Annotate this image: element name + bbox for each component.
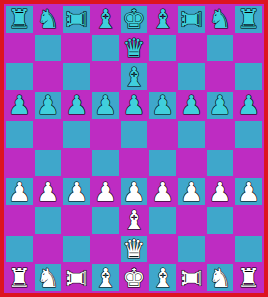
square-d1[interactable]: ♝ xyxy=(92,264,119,291)
black-bishop-icon[interactable]: ♝ xyxy=(94,6,117,32)
black-knight-icon[interactable]: ♞ xyxy=(208,6,231,32)
square-i1[interactable]: ♜ xyxy=(235,264,262,291)
square-f2[interactable] xyxy=(149,236,176,263)
square-i9[interactable] xyxy=(235,35,262,62)
square-a1[interactable]: ♜ xyxy=(6,264,33,291)
square-h8[interactable] xyxy=(207,63,234,90)
white-pawn-icon[interactable]: ♟ xyxy=(94,179,117,205)
black-pawn-icon[interactable]: ♟ xyxy=(36,92,59,118)
square-g4[interactable]: ♟ xyxy=(178,178,205,205)
white-cannon-icon[interactable]: ♜ xyxy=(64,266,90,289)
square-a6[interactable] xyxy=(6,121,33,148)
square-i3[interactable] xyxy=(235,207,262,234)
square-f8[interactable] xyxy=(149,63,176,90)
white-bishop-icon[interactable]: ♝ xyxy=(122,207,145,233)
square-d10[interactable]: ♝ xyxy=(92,6,119,33)
square-a8[interactable] xyxy=(6,63,33,90)
square-a4[interactable]: ♟ xyxy=(6,178,33,205)
square-i10[interactable]: ♜ xyxy=(235,6,262,33)
square-i8[interactable] xyxy=(235,63,262,90)
board: ♜♞♜♝♚♝♜♞♜♛♝♟♟♟♟♟♟♟♟♟♟♟♟♟♟♟♟♟♟♝♛♜♞♜♝♚♝♜♞♜ xyxy=(4,4,264,293)
white-pawn-icon[interactable]: ♟ xyxy=(122,179,145,205)
square-a5[interactable] xyxy=(6,150,33,177)
black-pawn-icon[interactable]: ♟ xyxy=(151,92,174,118)
white-pawn-icon[interactable]: ♟ xyxy=(36,179,59,205)
white-knight-icon[interactable]: ♞ xyxy=(208,265,231,291)
square-c8[interactable] xyxy=(63,63,90,90)
square-h2[interactable] xyxy=(207,236,234,263)
square-c1[interactable]: ♜ xyxy=(63,264,90,291)
square-e10[interactable]: ♚ xyxy=(121,6,148,33)
white-pawn-icon[interactable]: ♟ xyxy=(208,179,231,205)
square-c2[interactable] xyxy=(63,236,90,263)
square-b5[interactable] xyxy=(35,150,62,177)
black-pawn-icon[interactable]: ♟ xyxy=(8,92,31,118)
black-rook-icon[interactable]: ♜ xyxy=(237,6,260,32)
square-g7[interactable]: ♟ xyxy=(178,92,205,119)
square-b8[interactable] xyxy=(35,63,62,90)
black-queen-icon[interactable]: ♛ xyxy=(122,35,145,61)
white-cannon-icon[interactable]: ♜ xyxy=(178,266,204,289)
square-f1[interactable]: ♝ xyxy=(149,264,176,291)
white-pawn-icon[interactable]: ♟ xyxy=(237,179,260,205)
square-g6[interactable] xyxy=(178,121,205,148)
white-pawn-icon[interactable]: ♟ xyxy=(180,179,203,205)
square-h7[interactable]: ♟ xyxy=(207,92,234,119)
square-c9[interactable] xyxy=(63,35,90,62)
white-pawn-icon[interactable]: ♟ xyxy=(151,179,174,205)
black-pawn-icon[interactable]: ♟ xyxy=(237,92,260,118)
white-rook-icon[interactable]: ♜ xyxy=(237,265,260,291)
white-bishop-icon[interactable]: ♝ xyxy=(94,265,117,291)
square-e7[interactable]: ♟ xyxy=(121,92,148,119)
square-a2[interactable] xyxy=(6,236,33,263)
square-g3[interactable] xyxy=(178,207,205,234)
square-a7[interactable]: ♟ xyxy=(6,92,33,119)
square-g5[interactable] xyxy=(178,150,205,177)
square-d4[interactable]: ♟ xyxy=(92,178,119,205)
square-d2[interactable] xyxy=(92,236,119,263)
square-c3[interactable] xyxy=(63,207,90,234)
square-a3[interactable] xyxy=(6,207,33,234)
white-king-icon[interactable]: ♚ xyxy=(122,265,145,291)
square-h6[interactable] xyxy=(207,121,234,148)
square-c6[interactable] xyxy=(63,121,90,148)
square-h4[interactable]: ♟ xyxy=(207,178,234,205)
square-b9[interactable] xyxy=(35,35,62,62)
black-pawn-icon[interactable]: ♟ xyxy=(94,92,117,118)
black-pawn-icon[interactable]: ♟ xyxy=(65,92,88,118)
black-cannon-icon[interactable]: ♜ xyxy=(178,8,204,31)
square-d8[interactable] xyxy=(92,63,119,90)
square-c10[interactable]: ♜ xyxy=(63,6,90,33)
square-g1[interactable]: ♜ xyxy=(178,264,205,291)
square-h3[interactable] xyxy=(207,207,234,234)
square-e2[interactable]: ♛ xyxy=(121,236,148,263)
square-c4[interactable]: ♟ xyxy=(63,178,90,205)
black-bishop-icon[interactable]: ♝ xyxy=(151,6,174,32)
square-g9[interactable] xyxy=(178,35,205,62)
square-i6[interactable] xyxy=(235,121,262,148)
square-c7[interactable]: ♟ xyxy=(63,92,90,119)
square-i5[interactable] xyxy=(235,150,262,177)
square-i7[interactable]: ♟ xyxy=(235,92,262,119)
square-f6[interactable] xyxy=(149,121,176,148)
black-rook-icon[interactable]: ♜ xyxy=(8,6,31,32)
square-a9[interactable] xyxy=(6,35,33,62)
white-queen-icon[interactable]: ♛ xyxy=(122,236,145,262)
square-b6[interactable] xyxy=(35,121,62,148)
square-f7[interactable]: ♟ xyxy=(149,92,176,119)
square-f5[interactable] xyxy=(149,150,176,177)
black-bishop-icon[interactable]: ♝ xyxy=(122,64,145,90)
square-d6[interactable] xyxy=(92,121,119,148)
square-d7[interactable]: ♟ xyxy=(92,92,119,119)
square-b4[interactable]: ♟ xyxy=(35,178,62,205)
square-e6[interactable] xyxy=(121,121,148,148)
white-bishop-icon[interactable]: ♝ xyxy=(151,265,174,291)
square-d3[interactable] xyxy=(92,207,119,234)
square-i2[interactable] xyxy=(235,236,262,263)
white-pawn-icon[interactable]: ♟ xyxy=(65,179,88,205)
square-e9[interactable]: ♛ xyxy=(121,35,148,62)
square-i4[interactable]: ♟ xyxy=(235,178,262,205)
square-b1[interactable]: ♞ xyxy=(35,264,62,291)
black-pawn-icon[interactable]: ♟ xyxy=(180,92,203,118)
square-c5[interactable] xyxy=(63,150,90,177)
square-e4[interactable]: ♟ xyxy=(121,178,148,205)
board-frame: ♜♞♜♝♚♝♜♞♜♛♝♟♟♟♟♟♟♟♟♟♟♟♟♟♟♟♟♟♟♝♛♜♞♜♝♚♝♜♞♜ xyxy=(0,0,268,297)
white-rook-icon[interactable]: ♜ xyxy=(8,265,31,291)
square-h10[interactable]: ♞ xyxy=(207,6,234,33)
square-e3[interactable]: ♝ xyxy=(121,207,148,234)
square-h1[interactable]: ♞ xyxy=(207,264,234,291)
black-pawn-icon[interactable]: ♟ xyxy=(122,92,145,118)
square-e5[interactable] xyxy=(121,150,148,177)
black-knight-icon[interactable]: ♞ xyxy=(36,6,59,32)
square-b7[interactable]: ♟ xyxy=(35,92,62,119)
black-king-icon[interactable]: ♚ xyxy=(122,6,145,32)
square-f10[interactable]: ♝ xyxy=(149,6,176,33)
square-h9[interactable] xyxy=(207,35,234,62)
black-cannon-icon[interactable]: ♜ xyxy=(64,8,90,31)
square-d9[interactable] xyxy=(92,35,119,62)
square-g10[interactable]: ♜ xyxy=(178,6,205,33)
square-g8[interactable] xyxy=(178,63,205,90)
square-f4[interactable]: ♟ xyxy=(149,178,176,205)
square-g2[interactable] xyxy=(178,236,205,263)
square-f3[interactable] xyxy=(149,207,176,234)
square-b2[interactable] xyxy=(35,236,62,263)
square-b10[interactable]: ♞ xyxy=(35,6,62,33)
white-knight-icon[interactable]: ♞ xyxy=(36,265,59,291)
white-pawn-icon[interactable]: ♟ xyxy=(8,179,31,205)
square-f9[interactable] xyxy=(149,35,176,62)
square-b3[interactable] xyxy=(35,207,62,234)
square-e8[interactable]: ♝ xyxy=(121,63,148,90)
square-e1[interactable]: ♚ xyxy=(121,264,148,291)
square-a10[interactable]: ♜ xyxy=(6,6,33,33)
square-h5[interactable] xyxy=(207,150,234,177)
square-d5[interactable] xyxy=(92,150,119,177)
black-pawn-icon[interactable]: ♟ xyxy=(208,92,231,118)
